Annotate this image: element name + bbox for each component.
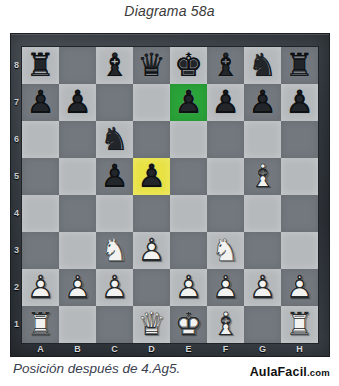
square-f7: ♟♙ bbox=[207, 84, 244, 121]
square-b8 bbox=[59, 47, 96, 84]
square-e4 bbox=[170, 195, 207, 232]
square-f2: ♟♙ bbox=[207, 269, 244, 306]
square-h8: ♜♖ bbox=[281, 47, 318, 84]
file-label-e: E bbox=[170, 343, 207, 356]
rank-label-2: 2 bbox=[11, 269, 22, 306]
square-d3: ♟♙ bbox=[133, 232, 170, 269]
square-b4 bbox=[59, 195, 96, 232]
square-f3: ♞♘ bbox=[207, 232, 244, 269]
square-c5: ♟♙ bbox=[96, 158, 133, 195]
file-label-c: C bbox=[96, 343, 133, 356]
file-label-g: G bbox=[244, 343, 281, 356]
square-a3 bbox=[22, 232, 59, 269]
square-d8: ♛♕ bbox=[133, 47, 170, 84]
square-a6 bbox=[22, 121, 59, 158]
file-label-h: H bbox=[281, 343, 318, 356]
square-f8: ♝♗ bbox=[207, 47, 244, 84]
square-b1 bbox=[59, 306, 96, 343]
square-f5 bbox=[207, 158, 244, 195]
square-e8: ♚♔ bbox=[170, 47, 207, 84]
square-b3 bbox=[59, 232, 96, 269]
square-h3 bbox=[281, 232, 318, 269]
position-caption: Posición después de 4.Ag5. bbox=[13, 361, 180, 376]
rank-label-1: 1 bbox=[11, 306, 22, 343]
square-h7: ♟♙ bbox=[281, 84, 318, 121]
square-b2: ♟♙ bbox=[59, 269, 96, 306]
brand-tld: .com bbox=[307, 367, 330, 378]
file-label-d: D bbox=[133, 343, 170, 356]
square-e6 bbox=[170, 121, 207, 158]
square-a5 bbox=[22, 158, 59, 195]
rank-label-3: 3 bbox=[11, 232, 22, 269]
rank-label-8: 8 bbox=[11, 47, 22, 84]
square-c3: ♞♘ bbox=[96, 232, 133, 269]
square-e1: ♚♔ bbox=[170, 306, 207, 343]
file-label-a: A bbox=[22, 343, 59, 356]
site-watermark: AulaFacil.com bbox=[250, 365, 330, 379]
square-g6 bbox=[244, 121, 281, 158]
square-c2: ♟♙ bbox=[96, 269, 133, 306]
square-h2: ♟♙ bbox=[281, 269, 318, 306]
square-g3 bbox=[244, 232, 281, 269]
square-c7 bbox=[96, 84, 133, 121]
square-g7: ♟♙ bbox=[244, 84, 281, 121]
square-a1: ♜♖ bbox=[22, 306, 59, 343]
rank-label-4: 4 bbox=[11, 195, 22, 232]
square-a4 bbox=[22, 195, 59, 232]
square-f1: ♝♗ bbox=[207, 306, 244, 343]
square-d2 bbox=[133, 269, 170, 306]
square-a2: ♟♙ bbox=[22, 269, 59, 306]
square-c6: ♞♘ bbox=[96, 121, 133, 158]
square-h4 bbox=[281, 195, 318, 232]
square-e7: ♟♙ bbox=[170, 84, 207, 121]
square-h1: ♜♖ bbox=[281, 306, 318, 343]
square-g8: ♞♘ bbox=[244, 47, 281, 84]
square-f4 bbox=[207, 195, 244, 232]
rank-label-7: 7 bbox=[11, 84, 22, 121]
square-d6 bbox=[133, 121, 170, 158]
square-c4 bbox=[96, 195, 133, 232]
square-c8: ♝♗ bbox=[96, 47, 133, 84]
square-b7: ♟♙ bbox=[59, 84, 96, 121]
file-label-f: F bbox=[207, 343, 244, 356]
square-g2: ♟♙ bbox=[244, 269, 281, 306]
square-d5: ♟♙ bbox=[133, 158, 170, 195]
square-f6 bbox=[207, 121, 244, 158]
square-e2: ♟♙ bbox=[170, 269, 207, 306]
square-c1 bbox=[96, 306, 133, 343]
file-label-b: B bbox=[59, 343, 96, 356]
square-g5: ♝♗ bbox=[244, 158, 281, 195]
square-d4 bbox=[133, 195, 170, 232]
chess-board: ♜♖♝♗♛♕♚♔♝♗♞♘♜♖♟♙♟♙♟♙♟♙♟♙♟♙♞♘♟♙♟♙♝♗♞♘♟♙♞♘… bbox=[22, 47, 318, 343]
square-a7: ♟♙ bbox=[22, 84, 59, 121]
square-b6 bbox=[59, 121, 96, 158]
square-h5 bbox=[281, 158, 318, 195]
chess-board-frame: ♜♖♝♗♛♕♚♔♝♗♞♘♜♖♟♙♟♙♟♙♟♙♟♙♟♙♞♘♟♙♟♙♝♗♞♘♟♙♞♘… bbox=[10, 33, 330, 357]
page-title: Diagrama 58a bbox=[0, 3, 339, 19]
square-g1 bbox=[244, 306, 281, 343]
square-h6 bbox=[281, 121, 318, 158]
rank-label-5: 5 bbox=[11, 158, 22, 195]
square-b5 bbox=[59, 158, 96, 195]
square-d1: ♛♕ bbox=[133, 306, 170, 343]
square-e5 bbox=[170, 158, 207, 195]
square-a8: ♜♖ bbox=[22, 47, 59, 84]
square-d7 bbox=[133, 84, 170, 121]
brand-name: AulaFacil bbox=[250, 365, 307, 379]
rank-label-6: 6 bbox=[11, 121, 22, 158]
square-g4 bbox=[244, 195, 281, 232]
square-e3 bbox=[170, 232, 207, 269]
